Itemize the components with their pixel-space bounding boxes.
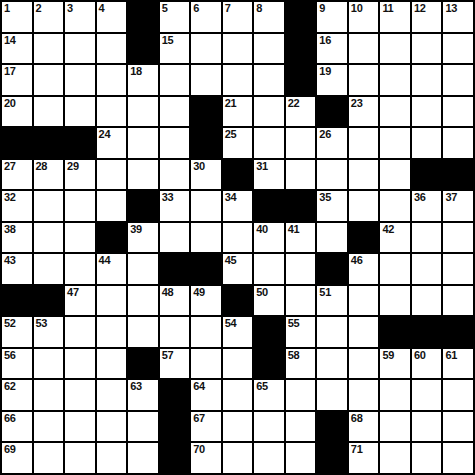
clue-number: 4 (99, 2, 105, 15)
cell[interactable] (317, 160, 347, 190)
black-cell (317, 254, 347, 284)
cell[interactable] (412, 412, 442, 442)
cell[interactable]: 42 (380, 223, 410, 253)
clue-number: 32 (4, 191, 16, 204)
black-cell (160, 380, 190, 410)
clue-number: 51 (319, 286, 331, 299)
black-cell (191, 97, 221, 127)
cell[interactable] (443, 286, 473, 316)
clue-number: 22 (288, 97, 300, 110)
cell[interactable] (380, 97, 410, 127)
clue-number: 29 (67, 160, 79, 173)
clue-number: 28 (36, 160, 48, 173)
clue-number: 45 (225, 254, 237, 267)
clue-number: 11 (382, 2, 393, 15)
cell[interactable] (349, 286, 379, 316)
cell[interactable] (191, 34, 221, 64)
clue-number: 24 (99, 128, 111, 141)
cell[interactable] (65, 349, 95, 379)
black-cell (286, 34, 316, 64)
cell[interactable] (412, 443, 442, 473)
cell[interactable]: 54 (223, 317, 253, 347)
black-cell (443, 317, 473, 347)
cell[interactable] (349, 160, 379, 190)
clue-number: 2 (36, 2, 42, 15)
cell[interactable]: 31 (254, 160, 284, 190)
cell[interactable]: 36 (412, 191, 442, 221)
cell[interactable] (65, 380, 95, 410)
cell[interactable] (443, 128, 473, 158)
black-cell (443, 160, 473, 190)
cell[interactable] (412, 286, 442, 316)
clue-number: 26 (319, 128, 331, 141)
cell[interactable] (34, 349, 64, 379)
cell[interactable] (223, 380, 253, 410)
cell[interactable] (34, 223, 64, 253)
clue-number: 6 (193, 2, 199, 15)
cell[interactable] (254, 128, 284, 158)
clue-number: 64 (193, 380, 205, 393)
cell[interactable]: 30 (191, 160, 221, 190)
cell[interactable] (34, 191, 64, 221)
clue-number: 56 (4, 349, 16, 362)
cell[interactable]: 17 (2, 65, 32, 95)
clue-number: 5 (162, 2, 168, 15)
clue-number: 23 (351, 97, 363, 110)
cell[interactable]: 64 (191, 380, 221, 410)
cell[interactable]: 33 (160, 191, 190, 221)
black-cell (317, 97, 347, 127)
cell[interactable] (380, 34, 410, 64)
cell[interactable]: 51 (317, 286, 347, 316)
black-cell (254, 191, 284, 221)
clue-number: 25 (225, 128, 237, 141)
cell[interactable]: 48 (160, 286, 190, 316)
cell[interactable] (223, 223, 253, 253)
cell[interactable] (65, 443, 95, 473)
cell[interactable]: 22 (286, 97, 316, 127)
cell[interactable] (160, 317, 190, 347)
cell[interactable] (160, 128, 190, 158)
cell[interactable] (160, 223, 190, 253)
cell[interactable] (34, 34, 64, 64)
clue-number: 65 (256, 380, 268, 393)
black-cell (128, 34, 158, 64)
cell[interactable] (443, 223, 473, 253)
black-cell (2, 128, 32, 158)
cell[interactable]: 62 (2, 380, 32, 410)
clue-number: 61 (445, 349, 457, 362)
clue-number: 55 (288, 317, 300, 330)
cell[interactable] (34, 97, 64, 127)
cell[interactable]: 38 (2, 223, 32, 253)
cell[interactable] (380, 286, 410, 316)
cell[interactable] (65, 34, 95, 64)
black-cell (317, 412, 347, 442)
cell[interactable] (380, 191, 410, 221)
cell[interactable]: 27 (2, 160, 32, 190)
cell[interactable] (160, 160, 190, 190)
cell[interactable]: 26 (317, 128, 347, 158)
black-cell (286, 2, 316, 32)
clue-number: 53 (36, 317, 48, 330)
cell[interactable]: 57 (160, 349, 190, 379)
cell[interactable] (97, 349, 127, 379)
cell[interactable]: 6 (191, 2, 221, 32)
cell[interactable] (97, 380, 127, 410)
cell[interactable]: 52 (2, 317, 32, 347)
cell[interactable]: 43 (2, 254, 32, 284)
cell[interactable] (412, 223, 442, 253)
cell[interactable]: 7 (223, 2, 253, 32)
clue-number: 49 (193, 286, 205, 299)
cell[interactable]: 61 (443, 349, 473, 379)
black-cell (191, 254, 221, 284)
cell[interactable]: 13 (443, 2, 473, 32)
cell[interactable] (97, 317, 127, 347)
black-cell (160, 412, 190, 442)
cell[interactable] (380, 380, 410, 410)
cell[interactable] (160, 97, 190, 127)
cell[interactable] (254, 65, 284, 95)
clue-number: 41 (288, 223, 300, 236)
clue-number: 60 (414, 349, 426, 362)
cell[interactable] (65, 191, 95, 221)
cell[interactable] (254, 443, 284, 473)
cell[interactable]: 63 (128, 380, 158, 410)
black-cell (128, 191, 158, 221)
cell[interactable]: 23 (349, 97, 379, 127)
black-cell (2, 286, 32, 316)
crossword-grid: 1234567891011121314151617181920212223242… (0, 0, 475, 475)
cell[interactable] (349, 128, 379, 158)
clue-number: 57 (162, 349, 174, 362)
clue-number: 71 (351, 443, 363, 456)
clue-number: 37 (445, 191, 457, 204)
clue-number: 39 (130, 223, 142, 236)
clue-number: 67 (193, 412, 205, 425)
cell[interactable]: 60 (412, 349, 442, 379)
cell[interactable]: 55 (286, 317, 316, 347)
cell[interactable] (412, 65, 442, 95)
clue-number: 14 (4, 34, 16, 47)
cell[interactable] (254, 412, 284, 442)
cell[interactable] (128, 286, 158, 316)
cell[interactable] (380, 128, 410, 158)
cell[interactable] (34, 412, 64, 442)
cell[interactable] (191, 223, 221, 253)
cell[interactable] (286, 380, 316, 410)
clue-number: 43 (4, 254, 16, 267)
clue-number: 58 (288, 349, 300, 362)
clue-number: 9 (319, 2, 325, 15)
clue-number: 59 (382, 349, 394, 362)
cell[interactable]: 68 (349, 412, 379, 442)
cell[interactable] (128, 443, 158, 473)
cell[interactable]: 65 (254, 380, 284, 410)
cell[interactable]: 39 (128, 223, 158, 253)
black-cell (160, 254, 190, 284)
clue-number: 46 (351, 254, 363, 267)
black-cell (128, 349, 158, 379)
cell[interactable] (286, 254, 316, 284)
cell[interactable] (97, 34, 127, 64)
cell[interactable] (443, 34, 473, 64)
cell[interactable]: 49 (191, 286, 221, 316)
cell[interactable]: 19 (317, 65, 347, 95)
cell[interactable] (349, 349, 379, 379)
black-cell (286, 191, 316, 221)
cell[interactable] (443, 412, 473, 442)
cell[interactable]: 47 (65, 286, 95, 316)
cell[interactable]: 11 (380, 2, 410, 32)
clue-number: 7 (225, 2, 231, 15)
cell[interactable] (223, 34, 253, 64)
cell[interactable] (349, 191, 379, 221)
cell[interactable] (412, 128, 442, 158)
clue-number: 31 (256, 160, 268, 173)
cell[interactable]: 15 (160, 34, 190, 64)
cell[interactable] (223, 349, 253, 379)
cell[interactable] (317, 349, 347, 379)
cell[interactable] (443, 254, 473, 284)
black-cell (317, 443, 347, 473)
cell[interactable] (317, 317, 347, 347)
cell[interactable] (97, 65, 127, 95)
cell[interactable]: 46 (349, 254, 379, 284)
clue-number: 13 (445, 2, 457, 15)
cell[interactable] (412, 380, 442, 410)
clue-number: 44 (99, 254, 111, 267)
cell[interactable]: 4 (97, 2, 127, 32)
cell[interactable] (254, 97, 284, 127)
clue-number: 27 (4, 160, 16, 173)
cell[interactable] (191, 65, 221, 95)
clue-number: 34 (225, 191, 237, 204)
cell[interactable] (349, 380, 379, 410)
cell[interactable]: 45 (223, 254, 253, 284)
cell[interactable] (254, 34, 284, 64)
clue-number: 63 (130, 380, 142, 393)
cell[interactable]: 10 (349, 2, 379, 32)
clue-number: 15 (162, 34, 174, 47)
clue-number: 3 (67, 2, 73, 15)
clue-number: 70 (193, 443, 205, 456)
clue-number: 10 (351, 2, 363, 15)
cell[interactable]: 40 (254, 223, 284, 253)
cell[interactable]: 56 (2, 349, 32, 379)
cell[interactable] (65, 223, 95, 253)
cell[interactable]: 69 (2, 443, 32, 473)
black-cell (160, 443, 190, 473)
cell[interactable]: 50 (254, 286, 284, 316)
cell[interactable]: 14 (2, 34, 32, 64)
black-cell (34, 286, 64, 316)
clue-number: 62 (4, 380, 16, 393)
cell[interactable]: 32 (2, 191, 32, 221)
cell[interactable] (191, 317, 221, 347)
clue-number: 20 (4, 97, 16, 110)
cell[interactable]: 66 (2, 412, 32, 442)
clue-number: 30 (193, 160, 205, 173)
cell[interactable] (317, 380, 347, 410)
cell[interactable] (380, 254, 410, 284)
cell[interactable]: 18 (128, 65, 158, 95)
black-cell (349, 223, 379, 253)
cell[interactable] (65, 65, 95, 95)
clue-number: 16 (319, 34, 331, 47)
cell[interactable] (412, 254, 442, 284)
cell[interactable] (34, 380, 64, 410)
clue-number: 17 (4, 65, 16, 78)
crossword-page: 1234567891011121314151617181920212223242… (0, 0, 475, 475)
black-cell (380, 317, 410, 347)
clue-number: 35 (319, 191, 331, 204)
clue-number: 52 (4, 317, 16, 330)
cell[interactable]: 28 (34, 160, 64, 190)
cell[interactable]: 53 (34, 317, 64, 347)
black-cell (223, 286, 253, 316)
clue-number: 68 (351, 412, 363, 425)
clue-number: 33 (162, 191, 174, 204)
cell[interactable]: 2 (34, 2, 64, 32)
cell[interactable] (97, 191, 127, 221)
cell[interactable]: 34 (223, 191, 253, 221)
cell[interactable] (412, 97, 442, 127)
cell[interactable] (97, 412, 127, 442)
cell[interactable] (443, 65, 473, 95)
cell[interactable] (380, 160, 410, 190)
cell[interactable] (317, 223, 347, 253)
cell[interactable]: 16 (317, 34, 347, 64)
cell[interactable] (223, 65, 253, 95)
clue-number: 12 (414, 2, 426, 15)
cell[interactable] (286, 160, 316, 190)
black-cell (191, 128, 221, 158)
clue-number: 54 (225, 317, 237, 330)
cell[interactable]: 12 (412, 2, 442, 32)
cell[interactable] (34, 254, 64, 284)
cell[interactable]: 59 (380, 349, 410, 379)
cell[interactable] (254, 254, 284, 284)
cell[interactable] (97, 286, 127, 316)
cell[interactable] (412, 34, 442, 64)
cell[interactable]: 35 (317, 191, 347, 221)
cell[interactable] (443, 380, 473, 410)
black-cell (97, 223, 127, 253)
cell[interactable] (191, 191, 221, 221)
clue-number: 47 (67, 286, 79, 299)
cell[interactable] (34, 443, 64, 473)
cell[interactable] (128, 97, 158, 127)
cell[interactable]: 25 (223, 128, 253, 158)
cell[interactable]: 24 (97, 128, 127, 158)
cell[interactable] (97, 97, 127, 127)
cell[interactable] (443, 97, 473, 127)
cell[interactable] (65, 317, 95, 347)
black-cell (286, 65, 316, 95)
cell[interactable] (380, 443, 410, 473)
clue-number: 19 (319, 65, 331, 78)
cell[interactable]: 70 (191, 443, 221, 473)
cell[interactable] (349, 34, 379, 64)
cell[interactable] (286, 412, 316, 442)
clue-number: 38 (4, 223, 16, 236)
black-cell (223, 160, 253, 190)
cell[interactable] (223, 443, 253, 473)
cell[interactable]: 8 (254, 2, 284, 32)
cell[interactable]: 58 (286, 349, 316, 379)
black-cell (34, 128, 64, 158)
black-cell (254, 317, 284, 347)
clue-number: 8 (256, 2, 262, 15)
cell[interactable] (128, 254, 158, 284)
cell[interactable] (223, 412, 253, 442)
cell[interactable]: 5 (160, 2, 190, 32)
clue-number: 18 (130, 65, 142, 78)
cell[interactable]: 41 (286, 223, 316, 253)
cell[interactable] (443, 443, 473, 473)
cell[interactable]: 29 (65, 160, 95, 190)
black-cell (254, 349, 284, 379)
black-cell (412, 317, 442, 347)
clue-number: 50 (256, 286, 268, 299)
cell[interactable] (97, 443, 127, 473)
cell[interactable]: 9 (317, 2, 347, 32)
cell[interactable] (65, 254, 95, 284)
clue-number: 1 (4, 2, 10, 15)
cell[interactable] (191, 349, 221, 379)
cell[interactable] (286, 443, 316, 473)
cell[interactable]: 1 (2, 2, 32, 32)
cell[interactable]: 44 (97, 254, 127, 284)
cell[interactable] (380, 65, 410, 95)
cell[interactable]: 21 (223, 97, 253, 127)
clue-number: 42 (382, 223, 394, 236)
cell[interactable]: 20 (2, 97, 32, 127)
cell[interactable] (160, 65, 190, 95)
cell[interactable] (128, 317, 158, 347)
clue-number: 21 (225, 97, 237, 110)
cell[interactable] (349, 65, 379, 95)
cell[interactable] (128, 128, 158, 158)
cell[interactable]: 3 (65, 2, 95, 32)
cell[interactable] (128, 412, 158, 442)
clue-number: 40 (256, 223, 268, 236)
cell[interactable] (286, 286, 316, 316)
cell[interactable]: 67 (191, 412, 221, 442)
cell[interactable] (349, 317, 379, 347)
clue-number: 48 (162, 286, 174, 299)
cell[interactable] (65, 412, 95, 442)
cell[interactable] (65, 97, 95, 127)
cell[interactable] (34, 65, 64, 95)
cell[interactable]: 71 (349, 443, 379, 473)
clue-number: 69 (4, 443, 16, 456)
cell[interactable] (128, 160, 158, 190)
black-cell (65, 128, 95, 158)
cell[interactable] (380, 412, 410, 442)
cell[interactable] (286, 128, 316, 158)
cell[interactable] (97, 160, 127, 190)
clue-number: 66 (4, 412, 16, 425)
black-cell (128, 2, 158, 32)
clue-number: 36 (414, 191, 426, 204)
black-cell (412, 160, 442, 190)
cell[interactable]: 37 (443, 191, 473, 221)
